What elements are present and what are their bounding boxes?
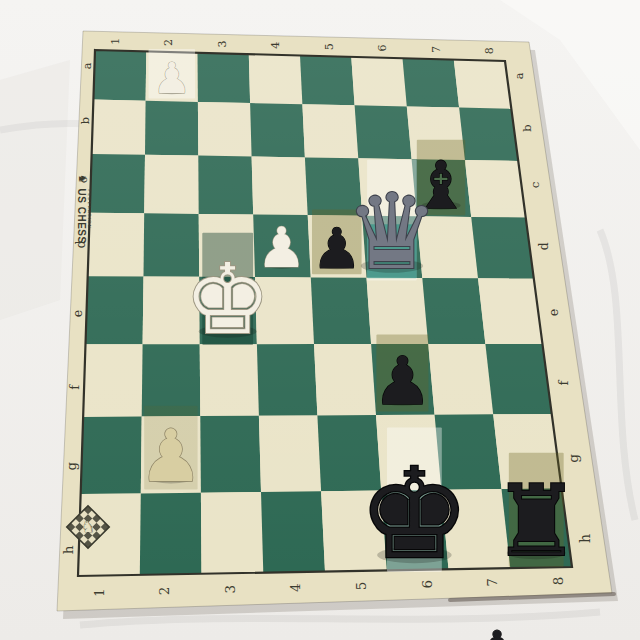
coord-top-6: 6 bbox=[376, 45, 389, 52]
coord-top-1: 1 bbox=[109, 38, 122, 45]
coord-bottom-2: 2 bbox=[156, 587, 172, 596]
coord-top-5: 5 bbox=[323, 43, 336, 50]
coord-bottom-3: 3 bbox=[222, 585, 238, 594]
coord-bottom-1: 1 bbox=[91, 588, 107, 597]
piece-black-king-h6: ♚ bbox=[359, 441, 471, 586]
piece-black-pawn-f6: ♟ bbox=[373, 342, 433, 420]
coord-right-e: e bbox=[546, 309, 561, 317]
board-photo-svg: 1122334455667788aabbccddeeffgghh♞US CHES… bbox=[0, 0, 640, 640]
coord-top-8: 8 bbox=[483, 47, 496, 54]
coord-left-e: e bbox=[70, 310, 85, 317]
piece-black-pawn-offboard: ♟ bbox=[474, 620, 521, 640]
coord-left-a: a bbox=[81, 62, 94, 69]
coord-right-b: b bbox=[520, 124, 534, 131]
piece-white-king-e3: ♚ bbox=[184, 243, 271, 356]
diamond-knight-icon: ♞ bbox=[81, 518, 94, 536]
coord-right-c: c bbox=[528, 181, 542, 188]
piece-black-rook-h8: ♜ bbox=[492, 464, 580, 578]
coord-top-3: 3 bbox=[216, 40, 229, 47]
coord-right-a: a bbox=[513, 72, 526, 79]
piece-white-queen-pewter-d6: ♛ bbox=[345, 171, 438, 293]
coord-right-d: d bbox=[537, 242, 551, 250]
coord-bottom-4: 4 bbox=[287, 583, 303, 592]
coord-bottom-7: 7 bbox=[484, 578, 500, 587]
coord-top-2: 2 bbox=[162, 39, 175, 46]
coord-top-4: 4 bbox=[269, 42, 282, 49]
coord-left-b: b bbox=[78, 117, 92, 124]
coord-top-7: 7 bbox=[430, 46, 443, 53]
piece-white-pawn-a2: ♟ bbox=[153, 53, 191, 103]
chessboard-photo: 1122334455667788aabbccddeeffgghh♞US CHES… bbox=[0, 0, 640, 640]
us-chess-text: US CHESS bbox=[76, 189, 87, 244]
coord-right-g: g bbox=[565, 454, 581, 463]
coord-left-h: h bbox=[60, 545, 76, 554]
coord-left-g: g bbox=[64, 461, 79, 470]
knight-in-diamond-icon: ♞ bbox=[77, 174, 88, 183]
federation-text: FEDERATION bbox=[87, 190, 92, 229]
piece-white-pawn-ivory-g2: ♟ bbox=[139, 414, 204, 498]
